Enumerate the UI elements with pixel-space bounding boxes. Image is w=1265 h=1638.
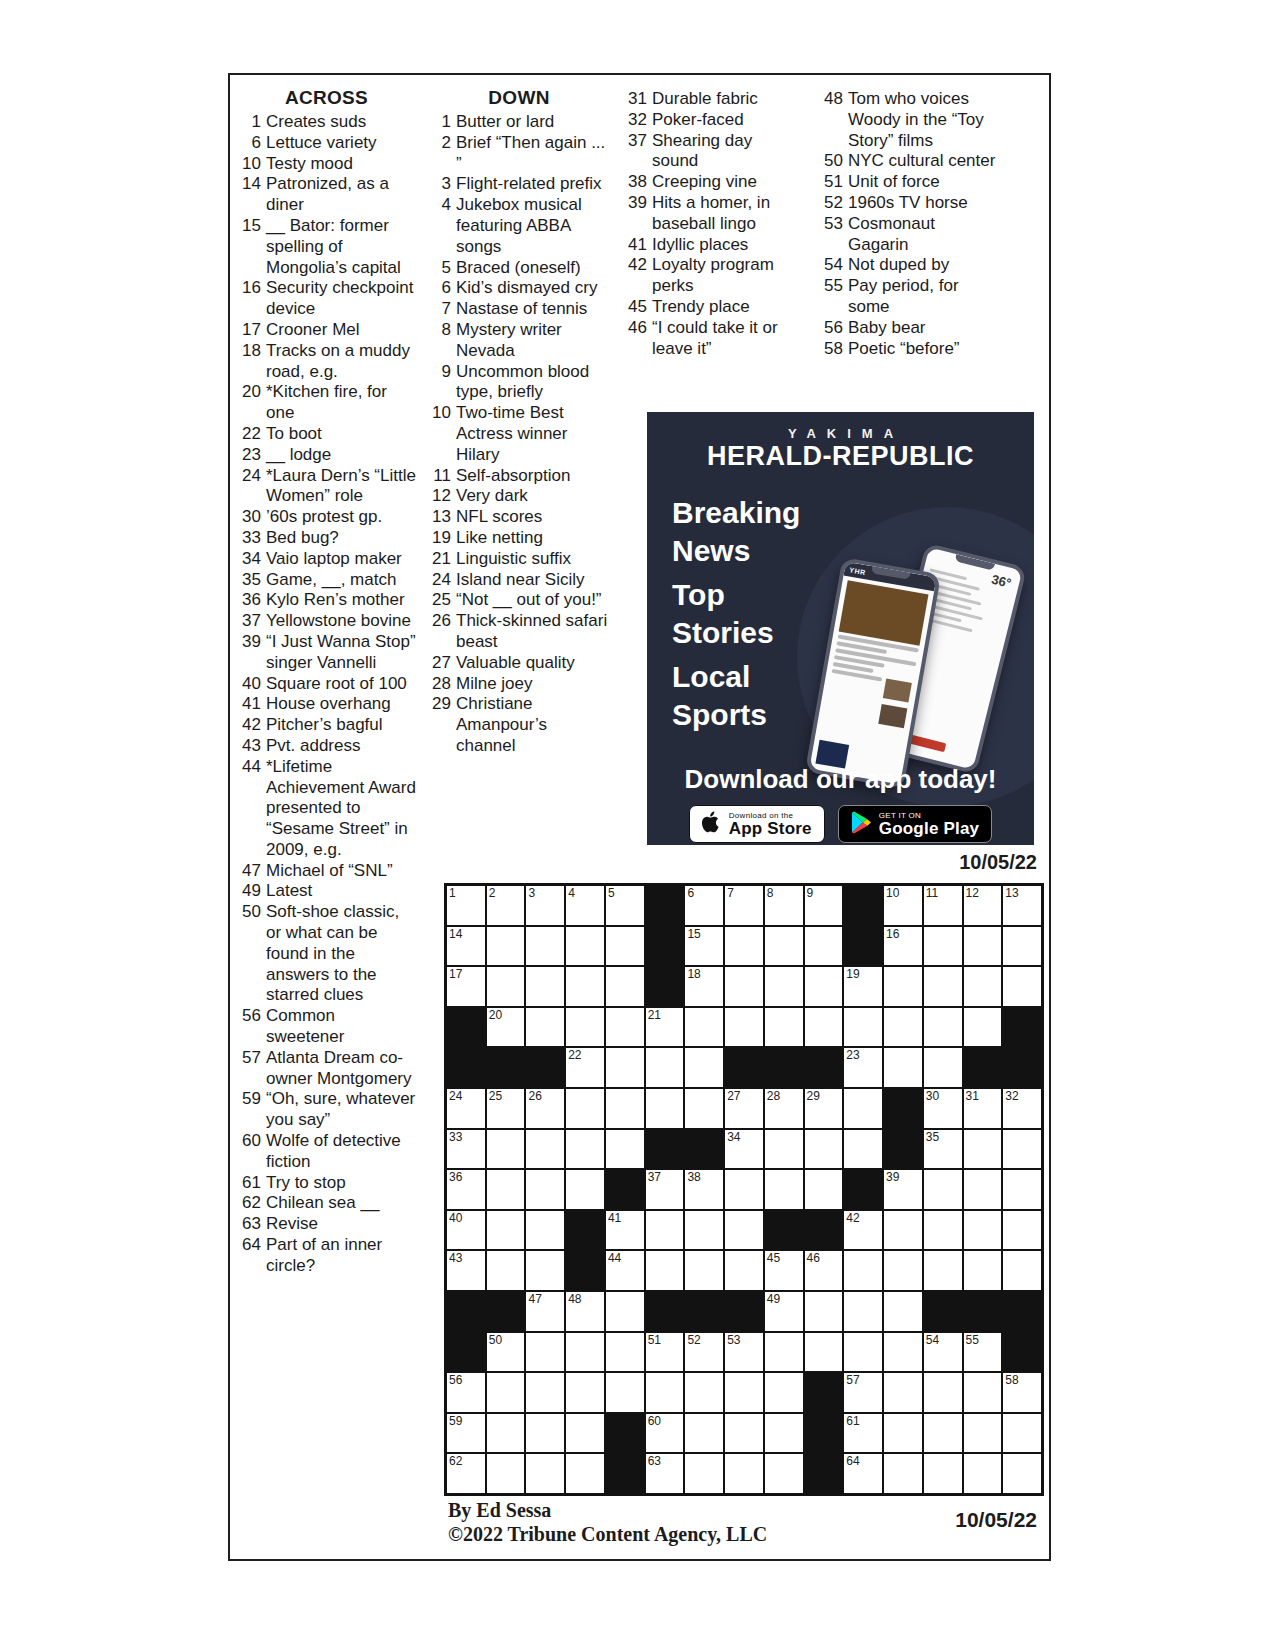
clue-number: 31 [620,89,652,110]
cell-number-60: 60 [648,1414,661,1428]
cell-r2c5[interactable] [606,927,644,966]
clue-number: 26 [424,611,456,653]
cell-r8c7[interactable]: 38 [685,1170,723,1209]
clue-number: 39 [620,193,652,235]
cell-r2c1[interactable]: 14 [447,927,485,966]
cell-r12c8[interactable]: 53 [725,1333,763,1372]
cell-r13c8[interactable] [725,1373,763,1412]
cell-r12c9[interactable] [765,1333,803,1372]
clue-39: 39Hits a homer, in baseball lingo [620,193,810,235]
cell-r14c2[interactable] [487,1414,525,1453]
clue-2: 2Brief “Then again ... ” [424,133,614,175]
clue-number: 50 [816,151,848,172]
clue-number: 51 [816,172,848,193]
cell-r13c9[interactable] [765,1373,803,1412]
cell-r4c5[interactable] [606,1008,644,1047]
cell-r1c13[interactable]: 11 [924,886,962,925]
down-clue-list-3: 48Tom who voices Woody in the “Toy Story… [816,89,1012,359]
clue-number: 52 [816,193,848,214]
cell-r4c10[interactable] [805,1008,843,1047]
clue-text: Tom who voices Woody in the “Toy Story” … [848,89,1000,151]
cell-r4c14[interactable] [964,1008,1002,1047]
cell-r2c13[interactable] [924,927,962,966]
cell-r4c11[interactable] [844,1008,882,1047]
clue-26: 26Thick-skinned safari beast [424,611,614,653]
cell-r6c10[interactable]: 29 [805,1089,843,1128]
cell-r3c5[interactable] [606,967,644,1006]
cell-r10c3[interactable] [526,1251,564,1290]
cell-r10c10[interactable]: 46 [805,1251,843,1290]
cell-number-44: 44 [608,1251,621,1265]
cell-r15c12[interactable] [884,1454,922,1493]
cell-r8c15[interactable] [1003,1170,1041,1209]
cell-r15c15[interactable] [1003,1454,1041,1493]
cell-r1c15[interactable]: 13 [1003,886,1041,925]
cell-r1c4[interactable]: 4 [566,886,604,925]
cell-r3c1[interactable]: 17 [447,967,485,1006]
cell-r8c8[interactable] [725,1170,763,1209]
newspaper-app-ad: YAKIMA HERALD-REPUBLIC 36° YH [647,412,1034,845]
cell-r11c3[interactable]: 47 [526,1292,564,1331]
clue-34: 34Vaio laptop maker [234,549,419,570]
cell-r13c14[interactable] [964,1373,1002,1412]
clue-text: Pay period, for some [848,276,1000,318]
cell-r4c9[interactable] [765,1008,803,1047]
cell-r10c9[interactable]: 45 [765,1251,803,1290]
cell-r3c8[interactable] [725,967,763,1006]
clue-number: 34 [234,549,266,570]
cell-r12c4[interactable] [566,1333,604,1372]
cell-number-64: 64 [846,1454,859,1468]
cell-r3c15[interactable] [1003,967,1041,1006]
clue-number: 6 [424,278,456,299]
cell-r8c1[interactable]: 36 [447,1170,485,1209]
cell-number-28: 28 [767,1089,780,1103]
cell-r15c9[interactable] [765,1454,803,1493]
cell-r9c11[interactable]: 42 [844,1211,882,1250]
clue-number: 4 [424,195,456,257]
cell-r13c15[interactable]: 58 [1003,1373,1041,1412]
cell-r10c13[interactable] [924,1251,962,1290]
cell-r7c13[interactable]: 35 [924,1130,962,1169]
cell-r4c13[interactable] [924,1008,962,1047]
cell-r11c4[interactable]: 48 [566,1292,604,1331]
clue-1: 1Butter or lard [424,112,614,133]
cell-r2c7[interactable]: 15 [685,927,723,966]
cell-r5c4[interactable]: 22 [566,1048,604,1087]
cell-r9c14[interactable] [964,1211,1002,1250]
cell-r3c9[interactable] [765,967,803,1006]
cell-number-10: 10 [886,886,899,900]
cell-r13c6[interactable] [646,1373,684,1412]
cell-r4c8[interactable] [725,1008,763,1047]
cell-r5c7[interactable] [685,1048,723,1087]
clue-number: 9 [424,362,456,404]
black-cell-r14c10 [805,1414,843,1453]
cell-number-38: 38 [687,1170,700,1184]
clue-number: 10 [424,403,456,465]
clue-number: 29 [424,694,456,756]
cell-r1c10[interactable]: 9 [805,886,843,925]
cell-r12c7[interactable]: 52 [685,1333,723,1372]
clue-41: 41Idyllic places [620,235,810,256]
ad-cta-text: Download our app today! [647,764,1034,795]
cell-r14c9[interactable] [765,1414,803,1453]
clue-61: 61Try to stop [234,1173,419,1194]
cell-r10c14[interactable] [964,1251,1002,1290]
cell-number-46: 46 [807,1251,820,1265]
cell-r8c12[interactable]: 39 [884,1170,922,1209]
cell-r8c3[interactable] [526,1170,564,1209]
down-clues-column-3: 48Tom who voices Woody in the “Toy Story… [816,89,1012,359]
cell-r3c14[interactable] [964,967,1002,1006]
cell-r10c12[interactable] [884,1251,922,1290]
black-cell-r15c5 [606,1454,644,1493]
clue-text: Patronized, as a diner [266,174,418,216]
cell-r9c3[interactable] [526,1211,564,1250]
cell-r11c12[interactable] [884,1292,922,1331]
cell-r14c8[interactable] [725,1414,763,1453]
across-clues-column: ACROSS 1Creates suds6Lettuce variety10Te… [234,87,419,1277]
clue-text: Creates suds [266,112,418,133]
cell-r12c11[interactable] [844,1333,882,1372]
cell-r13c3[interactable] [526,1373,564,1412]
cell-r5c6[interactable] [646,1048,684,1087]
cell-r1c12[interactable]: 10 [884,886,922,925]
cell-r12c12[interactable] [884,1333,922,1372]
article-thumb [883,678,912,702]
cell-r4c2[interactable]: 20 [487,1008,525,1047]
cell-r3c4[interactable] [566,967,604,1006]
cell-r15c7[interactable] [685,1454,723,1493]
black-cell-r15c10 [805,1454,843,1493]
clue-text: Two-time Best Actress winner Hilary [456,403,608,465]
cell-r2c10[interactable] [805,927,843,966]
cell-r8c14[interactable] [964,1170,1002,1209]
cell-r15c14[interactable] [964,1454,1002,1493]
cell-r7c10[interactable] [805,1130,843,1169]
cell-r10c2[interactable] [487,1251,525,1290]
puzzle-page-border: ACROSS 1Creates suds6Lettuce variety10Te… [228,73,1051,1561]
clue-text: Uncommon blood type, briefly [456,362,608,404]
cell-r6c15[interactable]: 32 [1003,1089,1041,1128]
cell-r7c9[interactable] [765,1130,803,1169]
cell-r14c12[interactable] [884,1414,922,1453]
cell-r6c8[interactable]: 27 [725,1089,763,1128]
cell-r10c6[interactable] [646,1251,684,1290]
cell-r12c14[interactable]: 55 [964,1333,1002,1372]
cell-r6c9[interactable]: 28 [765,1089,803,1128]
cell-r6c7[interactable] [685,1089,723,1128]
cell-r9c15[interactable] [1003,1211,1041,1250]
clue-text: Bed bug? [266,528,418,549]
clue-text: Square root of 100 [266,674,418,695]
cell-r9c7[interactable] [685,1211,723,1250]
cell-r15c4[interactable] [566,1454,604,1493]
cell-r1c8[interactable]: 7 [725,886,763,925]
clue-text: Loyalty program perks [652,255,800,297]
clue-number: 8 [424,320,456,362]
cell-r14c4[interactable] [566,1414,604,1453]
cell-r2c12[interactable]: 16 [884,927,922,966]
cell-r15c8[interactable] [725,1454,763,1493]
cell-r10c11[interactable] [844,1251,882,1290]
clue-36: 36Kylo Ren’s mother [234,590,419,611]
cell-r1c3[interactable]: 3 [526,886,564,925]
clue-text: Tracks on a muddy road, e.g. [266,341,418,383]
clue-8: 8Mystery writer Nevada [424,320,614,362]
cell-r7c11[interactable] [844,1130,882,1169]
clue-text: Braced (oneself) [456,258,608,279]
cell-r13c1[interactable]: 56 [447,1373,485,1412]
black-cell-r5c3 [526,1048,564,1087]
cell-r3c13[interactable] [924,967,962,1006]
cell-r2c2[interactable] [487,927,525,966]
black-cell-r4c1 [447,1008,485,1047]
cell-r7c5[interactable] [606,1130,644,1169]
cell-r13c12[interactable] [884,1373,922,1412]
clue-54: 54Not duped by [816,255,1012,276]
cell-r2c14[interactable] [964,927,1002,966]
cell-r8c9[interactable] [765,1170,803,1209]
clue-number: 57 [234,1048,266,1090]
black-cell-r11c8 [725,1292,763,1331]
clue-10: 10Testy mood [234,154,419,175]
clue-33: 33Bed bug? [234,528,419,549]
clue-4: 4Jukebox musical featuring ABBA songs [424,195,614,257]
cell-r15c1[interactable]: 62 [447,1454,485,1493]
cell-r4c12[interactable] [884,1008,922,1047]
cell-r7c14[interactable] [964,1130,1002,1169]
cell-r15c2[interactable] [487,1454,525,1493]
cell-r8c4[interactable] [566,1170,604,1209]
cell-number-9: 9 [807,886,814,900]
cell-r6c14[interactable]: 31 [964,1089,1002,1128]
cell-r4c4[interactable] [566,1008,604,1047]
cell-r6c3[interactable]: 26 [526,1089,564,1128]
clue-number: 55 [816,276,848,318]
cell-r9c5[interactable]: 41 [606,1211,644,1250]
clue-number: 22 [234,424,266,445]
cell-number-27: 27 [727,1089,740,1103]
clue-number: 56 [816,318,848,339]
cell-r14c6[interactable]: 60 [646,1414,684,1453]
cell-r3c7[interactable]: 18 [685,967,723,1006]
cell-r5c12[interactable] [884,1048,922,1087]
black-cell-r12c1 [447,1333,485,1372]
cell-r14c3[interactable] [526,1414,564,1453]
cell-r12c6[interactable]: 51 [646,1333,684,1372]
clue-text: House overhang [266,694,418,715]
cell-r8c13[interactable] [924,1170,962,1209]
cell-r4c6[interactable]: 21 [646,1008,684,1047]
byline: By Ed Sessa [448,1499,551,1522]
cell-r2c15[interactable] [1003,927,1041,966]
clue-text: Flight-related prefix [456,174,608,195]
black-cell-r5c10 [805,1048,843,1087]
clue-text: Soft-shoe classic, or what can be found … [266,902,418,1006]
cell-r12c5[interactable] [606,1333,644,1372]
cell-r6c13[interactable]: 30 [924,1089,962,1128]
clue-6: 6Lettuce variety [234,133,419,154]
clue-text: Christiane Amanpour’s channel [456,694,608,756]
cell-r5c11[interactable]: 23 [844,1048,882,1087]
cell-r11c11[interactable] [844,1292,882,1331]
cell-r12c3[interactable] [526,1333,564,1372]
cell-number-51: 51 [648,1333,661,1347]
cell-r2c3[interactable] [526,927,564,966]
cell-number-1: 1 [449,886,456,900]
cell-r7c8[interactable]: 34 [725,1130,763,1169]
cell-r15c3[interactable] [526,1454,564,1493]
clue-57: 57Atlanta Dream co-owner Montgomery [234,1048,419,1090]
cell-r14c11[interactable]: 61 [844,1414,882,1453]
down-clue-list-1: 1Butter or lard2Brief “Then again ... ”3… [424,112,614,757]
cell-r1c2[interactable]: 2 [487,886,525,925]
cell-r3c3[interactable] [526,967,564,1006]
cell-r3c12[interactable] [884,967,922,1006]
cell-r13c11[interactable]: 57 [844,1373,882,1412]
clue-text: Creeping vine [652,172,800,193]
cell-r6c6[interactable] [646,1089,684,1128]
cell-r14c1[interactable]: 59 [447,1414,485,1453]
cell-r14c15[interactable] [1003,1414,1041,1453]
cell-r2c9[interactable] [765,927,803,966]
cell-r13c4[interactable] [566,1373,604,1412]
cell-r3c11[interactable]: 19 [844,967,882,1006]
clue-text: Lettuce variety [266,133,418,154]
cell-r5c13[interactable] [924,1048,962,1087]
cell-r1c5[interactable]: 5 [606,886,644,925]
clue-number: 1 [424,112,456,133]
cell-r4c3[interactable] [526,1008,564,1047]
cell-r15c6[interactable]: 63 [646,1454,684,1493]
cell-number-63: 63 [648,1454,661,1468]
cell-r1c7[interactable]: 6 [685,886,723,925]
cell-r11c10[interactable] [805,1292,843,1331]
cell-r10c8[interactable] [725,1251,763,1290]
clue-text: Thick-skinned safari beast [456,611,608,653]
cell-r7c1[interactable]: 33 [447,1130,485,1169]
cell-r12c2[interactable]: 50 [487,1333,525,1372]
cell-r7c4[interactable] [566,1130,604,1169]
puzzle-date-bottom: 10/05/22 [955,1508,1037,1532]
clue-1: 1Creates suds [234,112,419,133]
cell-r14c7[interactable] [685,1414,723,1453]
clue-number: 13 [424,507,456,528]
cell-r8c10[interactable] [805,1170,843,1209]
cell-r11c5[interactable] [606,1292,644,1331]
app-store-badge[interactable]: Download on the App Store [689,805,825,843]
clue-9: 9Uncommon blood type, briefly [424,362,614,404]
cell-number-55: 55 [966,1333,979,1347]
cell-r6c4[interactable] [566,1089,604,1128]
cell-r9c2[interactable] [487,1211,525,1250]
clue-number: 61 [234,1173,266,1194]
cell-r14c13[interactable] [924,1414,962,1453]
clue-text: Hits a homer, in baseball lingo [652,193,800,235]
cell-r13c2[interactable] [487,1373,525,1412]
cell-r10c7[interactable] [685,1251,723,1290]
cell-r9c12[interactable] [884,1211,922,1250]
cell-r9c6[interactable] [646,1211,684,1250]
cell-r13c5[interactable] [606,1373,644,1412]
clue-text: Latest [266,881,418,902]
cell-number-57: 57 [846,1373,859,1387]
clue-text: Trendy place [652,297,800,318]
cell-r7c2[interactable] [487,1130,525,1169]
cell-r10c5[interactable]: 44 [606,1251,644,1290]
cell-number-31: 31 [966,1089,979,1103]
clue-text: Butter or lard [456,112,608,133]
clue-text: ’60s protest gp. [266,507,418,528]
cell-r13c7[interactable] [685,1373,723,1412]
cell-r15c11[interactable]: 64 [844,1454,882,1493]
clue-50: 50NYC cultural center [816,151,1012,172]
clue-text: “I could take it or leave it” [652,318,800,360]
cell-number-48: 48 [568,1292,581,1306]
cell-r6c11[interactable] [844,1089,882,1128]
cell-r6c1[interactable]: 24 [447,1089,485,1128]
cell-r4c7[interactable] [685,1008,723,1047]
black-cell-r14c5 [606,1414,644,1453]
cell-r3c10[interactable] [805,967,843,1006]
cell-number-29: 29 [807,1089,820,1103]
clue-number: 11 [424,466,456,487]
clue-text: Vaio laptop maker [266,549,418,570]
cell-r7c15[interactable] [1003,1130,1041,1169]
google-play-badge[interactable]: GET IT ON Google Play [838,805,992,843]
cell-r1c9[interactable]: 8 [765,886,803,925]
cell-r10c1[interactable]: 43 [447,1251,485,1290]
clue-15: 15__ Bator: former spelling of Mongolia’… [234,216,419,278]
cell-r1c14[interactable]: 12 [964,886,1002,925]
clue-text: Valuable quality [456,653,608,674]
cell-r6c2[interactable]: 25 [487,1089,525,1128]
clue-text: Jukebox musical featuring ABBA songs [456,195,608,257]
cell-r3c2[interactable] [487,967,525,1006]
cell-r7c3[interactable] [526,1130,564,1169]
cell-r5c5[interactable] [606,1048,644,1087]
cell-r9c1[interactable]: 40 [447,1211,485,1250]
cell-r2c8[interactable] [725,927,763,966]
clue-13: 13NFL scores [424,507,614,528]
black-cell-r9c9 [765,1211,803,1250]
cell-r8c2[interactable] [487,1170,525,1209]
cell-r9c13[interactable] [924,1211,962,1250]
ad-feature-2: Local Sports [672,658,822,734]
clue-text: Linguistic suffix [456,549,608,570]
cell-r14c14[interactable] [964,1414,1002,1453]
cell-r8c6[interactable]: 37 [646,1170,684,1209]
clue-text: Nastase of tennis [456,299,608,320]
cell-r12c10[interactable] [805,1333,843,1372]
cell-r15c13[interactable] [924,1454,962,1493]
cell-r1c1[interactable]: 1 [447,886,485,925]
cell-r9c8[interactable] [725,1211,763,1250]
clue-number: 20 [234,382,266,424]
cell-r6c5[interactable] [606,1089,644,1128]
cell-number-2: 2 [489,886,496,900]
cell-r12c13[interactable]: 54 [924,1333,962,1372]
black-cell-r11c7 [685,1292,723,1331]
cell-r13c13[interactable] [924,1373,962,1412]
cell-r2c4[interactable] [566,927,604,966]
clue-number: 33 [234,528,266,549]
cell-number-19: 19 [846,967,859,981]
cell-r10c15[interactable] [1003,1251,1041,1290]
cell-r11c9[interactable]: 49 [765,1292,803,1331]
